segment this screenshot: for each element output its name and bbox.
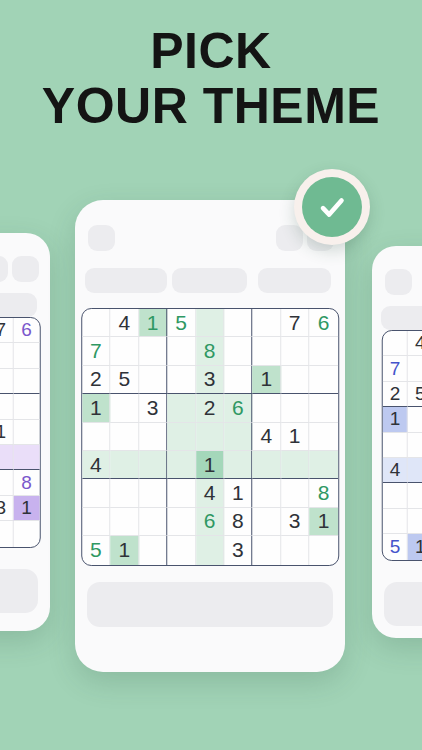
sudoku-cell-r8c8: 3 xyxy=(281,508,309,536)
sudoku-cell-r4c6: 6 xyxy=(224,394,252,422)
sudoku-cell-r1c1 xyxy=(383,331,408,356)
sudoku-cell-r5c9 xyxy=(14,420,39,445)
sudoku-cell-r7c2 xyxy=(111,479,139,507)
sudoku-cell-r7c4 xyxy=(167,479,195,507)
sudoku-cell-r4c5: 2 xyxy=(196,394,224,422)
sudoku-cell-r3c7: 1 xyxy=(253,366,281,394)
sudoku-cell-r9c6: 3 xyxy=(224,536,252,564)
sudoku-cell-r7c5: 4 xyxy=(196,479,224,507)
sudoku-cell-r6c4 xyxy=(167,451,195,479)
sudoku-cell-r2c8 xyxy=(281,337,309,365)
theme-picker-screen: PICK YOUR THEME 415767825311326414141868… xyxy=(0,0,422,750)
ui-placeholder-pill xyxy=(258,268,331,293)
ui-placeholder-bar xyxy=(87,582,333,627)
sudoku-cell-r1c2: 4 xyxy=(408,331,422,356)
sudoku-cell-r3c6 xyxy=(224,366,252,394)
sudoku-cell-r4c9 xyxy=(14,394,39,419)
sudoku-cell-r4c2 xyxy=(408,407,422,432)
ui-placeholder-pill xyxy=(381,306,422,330)
sudoku-cell-r7c8 xyxy=(0,470,14,495)
sudoku-cell-r1c9: 6 xyxy=(309,309,337,337)
sudoku-cell-r1c9: 6 xyxy=(14,318,39,343)
sudoku-cell-r5c8: 1 xyxy=(281,423,309,451)
sudoku-cell-r9c1: 5 xyxy=(383,534,408,559)
sudoku-cell-r5c9 xyxy=(309,423,337,451)
sudoku-cell-r3c9 xyxy=(309,366,337,394)
check-icon xyxy=(315,190,349,224)
sudoku-cell-r1c5 xyxy=(196,309,224,337)
sudoku-cell-r1c4: 5 xyxy=(167,309,195,337)
sudoku-cell-r7c9: 8 xyxy=(309,479,337,507)
sudoku-cell-r3c8 xyxy=(0,369,14,394)
sudoku-cell-r3c5: 3 xyxy=(196,366,224,394)
sudoku-cell-r1c8: 7 xyxy=(281,309,309,337)
sudoku-cell-r1c1 xyxy=(82,309,110,337)
sudoku-cell-r2c7 xyxy=(253,337,281,365)
sudoku-cell-r4c3: 3 xyxy=(139,394,167,422)
sudoku-cell-r7c3 xyxy=(139,479,167,507)
ui-placeholder-pill xyxy=(0,293,37,317)
sudoku-cell-r9c2: 1 xyxy=(111,536,139,564)
ui-placeholder-bar xyxy=(384,582,422,626)
sudoku-cell-r3c2: 5 xyxy=(408,382,422,407)
sudoku-cell-r6c8 xyxy=(281,451,309,479)
sudoku-cell-r1c3: 1 xyxy=(139,309,167,337)
sudoku-board-mint: 41576782531132641414186831513 xyxy=(81,308,339,566)
ui-placeholder-bar xyxy=(0,569,38,613)
theme-option-purple[interactable]: 41576782531132641414186831513 xyxy=(0,233,50,631)
sudoku-cell-r9c3 xyxy=(139,536,167,564)
check-circle xyxy=(302,177,362,237)
theme-option-mint[interactable]: 41576782531132641414186831513 xyxy=(75,200,345,672)
sudoku-cell-r7c6: 1 xyxy=(224,479,252,507)
sudoku-cell-r2c3 xyxy=(139,337,167,365)
sudoku-cell-r4c8 xyxy=(0,394,14,419)
sudoku-cell-r5c2 xyxy=(408,433,422,458)
sudoku-cell-r5c2 xyxy=(111,423,139,451)
title-line1: PICK xyxy=(0,24,422,79)
sudoku-cell-r9c2: 1 xyxy=(408,534,422,559)
sudoku-cell-r5c3 xyxy=(139,423,167,451)
sudoku-cell-r7c9: 8 xyxy=(14,470,39,495)
ui-placeholder-chip xyxy=(12,256,39,282)
sudoku-cell-r6c1: 4 xyxy=(82,451,110,479)
sudoku-cell-r9c9 xyxy=(14,521,39,546)
sudoku-cell-r5c8: 1 xyxy=(0,420,14,445)
sudoku-cell-r6c7 xyxy=(253,451,281,479)
sudoku-cell-r9c9 xyxy=(309,536,337,564)
ui-placeholder-pill xyxy=(85,268,167,293)
sudoku-cell-r8c9: 1 xyxy=(309,508,337,536)
sudoku-cell-r7c7 xyxy=(253,479,281,507)
ui-placeholder-chip xyxy=(0,256,8,282)
sudoku-cell-r8c8: 3 xyxy=(0,496,14,521)
sudoku-cell-r2c9 xyxy=(14,343,39,368)
sudoku-cell-r4c1: 1 xyxy=(82,394,110,422)
sudoku-cell-r5c1 xyxy=(82,423,110,451)
sudoku-cell-r5c1 xyxy=(383,433,408,458)
sudoku-cell-r5c7: 4 xyxy=(253,423,281,451)
sudoku-cell-r5c4 xyxy=(167,423,195,451)
sudoku-cell-r3c2: 5 xyxy=(111,366,139,394)
sudoku-cell-r2c8 xyxy=(0,343,14,368)
sudoku-cell-r6c2 xyxy=(408,458,422,483)
sudoku-cell-r9c8 xyxy=(281,536,309,564)
sudoku-cell-r3c3 xyxy=(139,366,167,394)
sudoku-cell-r8c1 xyxy=(82,508,110,536)
sudoku-cell-r6c2 xyxy=(111,451,139,479)
selected-theme-badge xyxy=(294,169,370,245)
page-title: PICK YOUR THEME xyxy=(0,24,422,134)
sudoku-cell-r2c5: 8 xyxy=(196,337,224,365)
sudoku-cell-r6c8 xyxy=(0,445,14,470)
sudoku-cell-r5c5 xyxy=(196,423,224,451)
theme-option-blue[interactable]: 41576782531132641414186831513 xyxy=(372,246,422,638)
sudoku-cell-r8c1 xyxy=(383,509,408,534)
sudoku-cell-r7c1 xyxy=(383,483,408,508)
sudoku-cell-r4c4 xyxy=(167,394,195,422)
sudoku-cell-r3c9 xyxy=(14,369,39,394)
sudoku-cell-r2c9 xyxy=(309,337,337,365)
sudoku-cell-r3c4 xyxy=(167,366,195,394)
sudoku-cell-r9c8 xyxy=(0,521,14,546)
sudoku-cell-r4c1: 1 xyxy=(383,407,408,432)
sudoku-cell-r9c4 xyxy=(167,536,195,564)
sudoku-cell-r2c1: 7 xyxy=(383,356,408,381)
sudoku-cell-r8c2 xyxy=(408,509,422,534)
sudoku-cell-r8c4 xyxy=(167,508,195,536)
sudoku-cell-r2c1: 7 xyxy=(82,337,110,365)
sudoku-cell-r8c5: 6 xyxy=(196,508,224,536)
sudoku-cell-r3c1: 2 xyxy=(82,366,110,394)
sudoku-cell-r2c2 xyxy=(111,337,139,365)
sudoku-cell-r4c8 xyxy=(281,394,309,422)
sudoku-cell-r6c9 xyxy=(14,445,39,470)
sudoku-cell-r6c1: 4 xyxy=(383,458,408,483)
ui-placeholder-chip xyxy=(88,225,115,251)
sudoku-cell-r8c9: 1 xyxy=(14,496,39,521)
ui-placeholder-pill xyxy=(172,268,247,293)
sudoku-cell-r6c3 xyxy=(139,451,167,479)
sudoku-board-purple: 41576782531132641414186831513 xyxy=(0,317,40,548)
sudoku-cell-r8c7 xyxy=(253,508,281,536)
sudoku-cell-r3c8 xyxy=(281,366,309,394)
sudoku-cell-r9c5 xyxy=(196,536,224,564)
sudoku-cell-r9c1: 5 xyxy=(82,536,110,564)
sudoku-cell-r6c5: 1 xyxy=(196,451,224,479)
sudoku-cell-r3c1: 2 xyxy=(383,382,408,407)
title-line2: YOUR THEME xyxy=(0,79,422,134)
sudoku-cell-r8c2 xyxy=(111,508,139,536)
sudoku-cell-r7c1 xyxy=(82,479,110,507)
sudoku-cell-r7c2 xyxy=(408,483,422,508)
sudoku-cell-r2c6 xyxy=(224,337,252,365)
sudoku-cell-r6c9 xyxy=(309,451,337,479)
sudoku-cell-r1c7 xyxy=(253,309,281,337)
sudoku-cell-r4c2 xyxy=(111,394,139,422)
sudoku-cell-r4c7 xyxy=(253,394,281,422)
sudoku-cell-r1c2: 4 xyxy=(111,309,139,337)
ui-placeholder-chip xyxy=(276,225,303,251)
sudoku-board-blue: 41576782531132641414186831513 xyxy=(382,330,422,561)
sudoku-cell-r8c6: 8 xyxy=(224,508,252,536)
sudoku-cell-r2c4 xyxy=(167,337,195,365)
sudoku-cell-r2c2 xyxy=(408,356,422,381)
sudoku-cell-r5c6 xyxy=(224,423,252,451)
ui-placeholder-chip xyxy=(385,269,412,295)
sudoku-cell-r8c3 xyxy=(139,508,167,536)
sudoku-cell-r4c9 xyxy=(309,394,337,422)
sudoku-cell-r6c6 xyxy=(224,451,252,479)
sudoku-cell-r9c7 xyxy=(253,536,281,564)
sudoku-cell-r1c8: 7 xyxy=(0,318,14,343)
sudoku-cell-r1c6 xyxy=(224,309,252,337)
sudoku-cell-r7c8 xyxy=(281,479,309,507)
